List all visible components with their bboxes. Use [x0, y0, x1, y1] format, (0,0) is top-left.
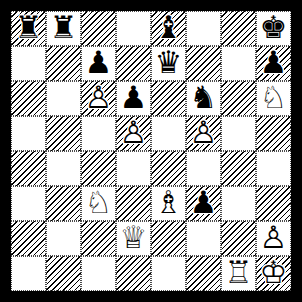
white-rook: ♖: [221, 256, 256, 291]
square-h5[interactable]: [256, 116, 291, 151]
square-h6[interactable]: ♞♘: [256, 81, 291, 116]
square-a8[interactable]: ♜: [11, 11, 46, 46]
square-f6[interactable]: ♞: [186, 81, 221, 116]
square-a1[interactable]: [11, 256, 46, 291]
square-d8[interactable]: [116, 11, 151, 46]
white-pawn: ♙: [186, 116, 221, 151]
square-h3[interactable]: [256, 186, 291, 221]
square-c1[interactable]: [81, 256, 116, 291]
square-e2[interactable]: [151, 221, 186, 256]
black-queen: ♛: [151, 46, 186, 81]
square-e6[interactable]: [151, 81, 186, 116]
square-f1[interactable]: [186, 256, 221, 291]
square-c3[interactable]: ♞♘: [81, 186, 116, 221]
square-f7[interactable]: [186, 46, 221, 81]
square-e7[interactable]: ♛: [151, 46, 186, 81]
square-f4[interactable]: [186, 151, 221, 186]
square-g6[interactable]: [221, 81, 256, 116]
square-c4[interactable]: [81, 151, 116, 186]
black-pawn: ♟: [256, 46, 291, 81]
square-a5[interactable]: [11, 116, 46, 151]
square-b7[interactable]: [46, 46, 81, 81]
square-c5[interactable]: [81, 116, 116, 151]
chess-board: ♜♜♝♚♟♛♟♟♙♟♞♞♘♟♙♟♙♞♘♝♗♟♛♕♟♙♜♖♚♔: [11, 11, 291, 291]
black-pawn: ♟: [186, 186, 221, 221]
square-f8[interactable]: [186, 11, 221, 46]
square-h1[interactable]: ♚♔: [256, 256, 291, 291]
square-g3[interactable]: [221, 186, 256, 221]
square-b3[interactable]: [46, 186, 81, 221]
chess-diagram-frame: ♜♜♝♚♟♛♟♟♙♟♞♞♘♟♙♟♙♞♘♝♗♟♛♕♟♙♜♖♚♔: [0, 0, 302, 302]
square-d7[interactable]: [116, 46, 151, 81]
square-b2[interactable]: [46, 221, 81, 256]
square-e4[interactable]: [151, 151, 186, 186]
square-f2[interactable]: [186, 221, 221, 256]
square-d3[interactable]: [116, 186, 151, 221]
square-e5[interactable]: [151, 116, 186, 151]
square-g7[interactable]: [221, 46, 256, 81]
black-knight: ♞: [186, 81, 221, 116]
square-h4[interactable]: [256, 151, 291, 186]
white-queen: ♕: [116, 221, 151, 256]
black-bishop: ♝: [151, 11, 186, 46]
white-pawn: ♙: [81, 81, 116, 116]
square-b1[interactable]: [46, 256, 81, 291]
square-a2[interactable]: [11, 221, 46, 256]
square-e8[interactable]: ♝: [151, 11, 186, 46]
square-a3[interactable]: [11, 186, 46, 221]
square-g4[interactable]: [221, 151, 256, 186]
black-rook: ♜: [46, 11, 81, 46]
square-e1[interactable]: [151, 256, 186, 291]
square-a7[interactable]: [11, 46, 46, 81]
black-pawn: ♟: [116, 81, 151, 116]
square-f5[interactable]: ♟♙: [186, 116, 221, 151]
square-g5[interactable]: [221, 116, 256, 151]
square-b8[interactable]: ♜: [46, 11, 81, 46]
white-bishop: ♗: [151, 186, 186, 221]
black-pawn: ♟: [81, 46, 116, 81]
square-g1[interactable]: ♜♖: [221, 256, 256, 291]
square-b5[interactable]: [46, 116, 81, 151]
square-d2[interactable]: ♛♕: [116, 221, 151, 256]
white-king: ♔: [256, 256, 291, 291]
square-e3[interactable]: ♝♗: [151, 186, 186, 221]
square-h2[interactable]: ♟♙: [256, 221, 291, 256]
square-d1[interactable]: [116, 256, 151, 291]
black-rook: ♜: [11, 11, 46, 46]
square-b4[interactable]: [46, 151, 81, 186]
square-h7[interactable]: ♟: [256, 46, 291, 81]
square-d4[interactable]: [116, 151, 151, 186]
square-g2[interactable]: [221, 221, 256, 256]
white-pawn: ♙: [256, 221, 291, 256]
square-c8[interactable]: [81, 11, 116, 46]
white-knight: ♘: [81, 186, 116, 221]
square-c6[interactable]: ♟♙: [81, 81, 116, 116]
square-a4[interactable]: [11, 151, 46, 186]
square-d6[interactable]: ♟: [116, 81, 151, 116]
square-f3[interactable]: ♟: [186, 186, 221, 221]
square-c7[interactable]: ♟: [81, 46, 116, 81]
white-knight: ♘: [256, 81, 291, 116]
square-c2[interactable]: [81, 221, 116, 256]
square-d5[interactable]: ♟♙: [116, 116, 151, 151]
square-h8[interactable]: ♚: [256, 11, 291, 46]
square-g8[interactable]: [221, 11, 256, 46]
white-pawn: ♙: [116, 116, 151, 151]
square-b6[interactable]: [46, 81, 81, 116]
square-a6[interactable]: [11, 81, 46, 116]
black-king: ♚: [256, 11, 291, 46]
